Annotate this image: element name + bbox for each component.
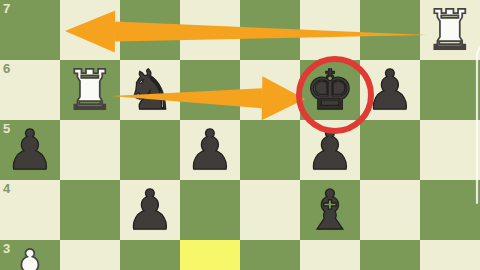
square-b6[interactable]: ♜ (60, 60, 120, 120)
square-h6[interactable] (420, 60, 480, 120)
chess-board: 7♜6♜♞♚♟5♟♟♟4♟♝3♟ (0, 0, 480, 270)
square-e4[interactable] (240, 180, 300, 240)
black-king-f6[interactable]: ♚ (300, 60, 360, 120)
square-e7[interactable] (240, 0, 300, 60)
square-h3[interactable] (420, 240, 480, 270)
square-f3[interactable] (300, 240, 360, 270)
square-d3[interactable] (180, 240, 240, 270)
square-g4[interactable] (360, 180, 420, 240)
square-d4[interactable] (180, 180, 240, 240)
square-e3[interactable] (240, 240, 300, 270)
white-pawn-a3[interactable]: ♟ (0, 240, 60, 270)
square-f4[interactable]: ♝ (300, 180, 360, 240)
black-pawn-a5[interactable]: ♟ (0, 120, 60, 180)
square-h5[interactable] (420, 120, 480, 180)
square-a5[interactable]: 5♟ (0, 120, 60, 180)
square-a7[interactable]: 7 (0, 0, 60, 60)
square-c4[interactable]: ♟ (120, 180, 180, 240)
black-knight-c6[interactable]: ♞ (120, 60, 180, 120)
square-g5[interactable] (360, 120, 420, 180)
rank-label-7: 7 (3, 1, 10, 16)
square-d6[interactable] (180, 60, 240, 120)
square-a3[interactable]: 3♟ (0, 240, 60, 270)
square-c5[interactable] (120, 120, 180, 180)
white-rook-b6[interactable]: ♜ (60, 60, 120, 120)
black-pawn-d5[interactable]: ♟ (180, 120, 240, 180)
square-h4[interactable] (420, 180, 480, 240)
square-a4[interactable]: 4 (0, 180, 60, 240)
square-c3[interactable] (120, 240, 180, 270)
square-f5[interactable]: ♟ (300, 120, 360, 180)
square-g6[interactable]: ♟ (360, 60, 420, 120)
square-e5[interactable] (240, 120, 300, 180)
black-pawn-c4[interactable]: ♟ (120, 180, 180, 240)
square-a6[interactable]: 6 (0, 60, 60, 120)
square-f6[interactable]: ♚ (300, 60, 360, 120)
rank-label-4: 4 (3, 181, 10, 196)
square-b4[interactable] (60, 180, 120, 240)
white-rook-h7[interactable]: ♜ (420, 0, 480, 60)
square-c7[interactable] (120, 0, 180, 60)
square-d5[interactable]: ♟ (180, 120, 240, 180)
black-bishop-f4[interactable]: ♝ (300, 180, 360, 240)
square-f7[interactable] (300, 0, 360, 60)
square-g3[interactable] (360, 240, 420, 270)
black-pawn-f5[interactable]: ♟ (300, 120, 360, 180)
square-h7[interactable]: ♜ (420, 0, 480, 60)
square-g7[interactable] (360, 0, 420, 60)
square-b5[interactable] (60, 120, 120, 180)
square-b3[interactable] (60, 240, 120, 270)
square-e6[interactable] (240, 60, 300, 120)
square-d7[interactable] (180, 0, 240, 60)
black-pawn-g6[interactable]: ♟ (360, 60, 420, 120)
chess-board-screenshot: 7♜6♜♞♚♟5♟♟♟4♟♝3♟ (0, 0, 480, 270)
square-c6[interactable]: ♞ (120, 60, 180, 120)
rank-label-6: 6 (3, 61, 10, 76)
square-b7[interactable] (60, 0, 120, 60)
